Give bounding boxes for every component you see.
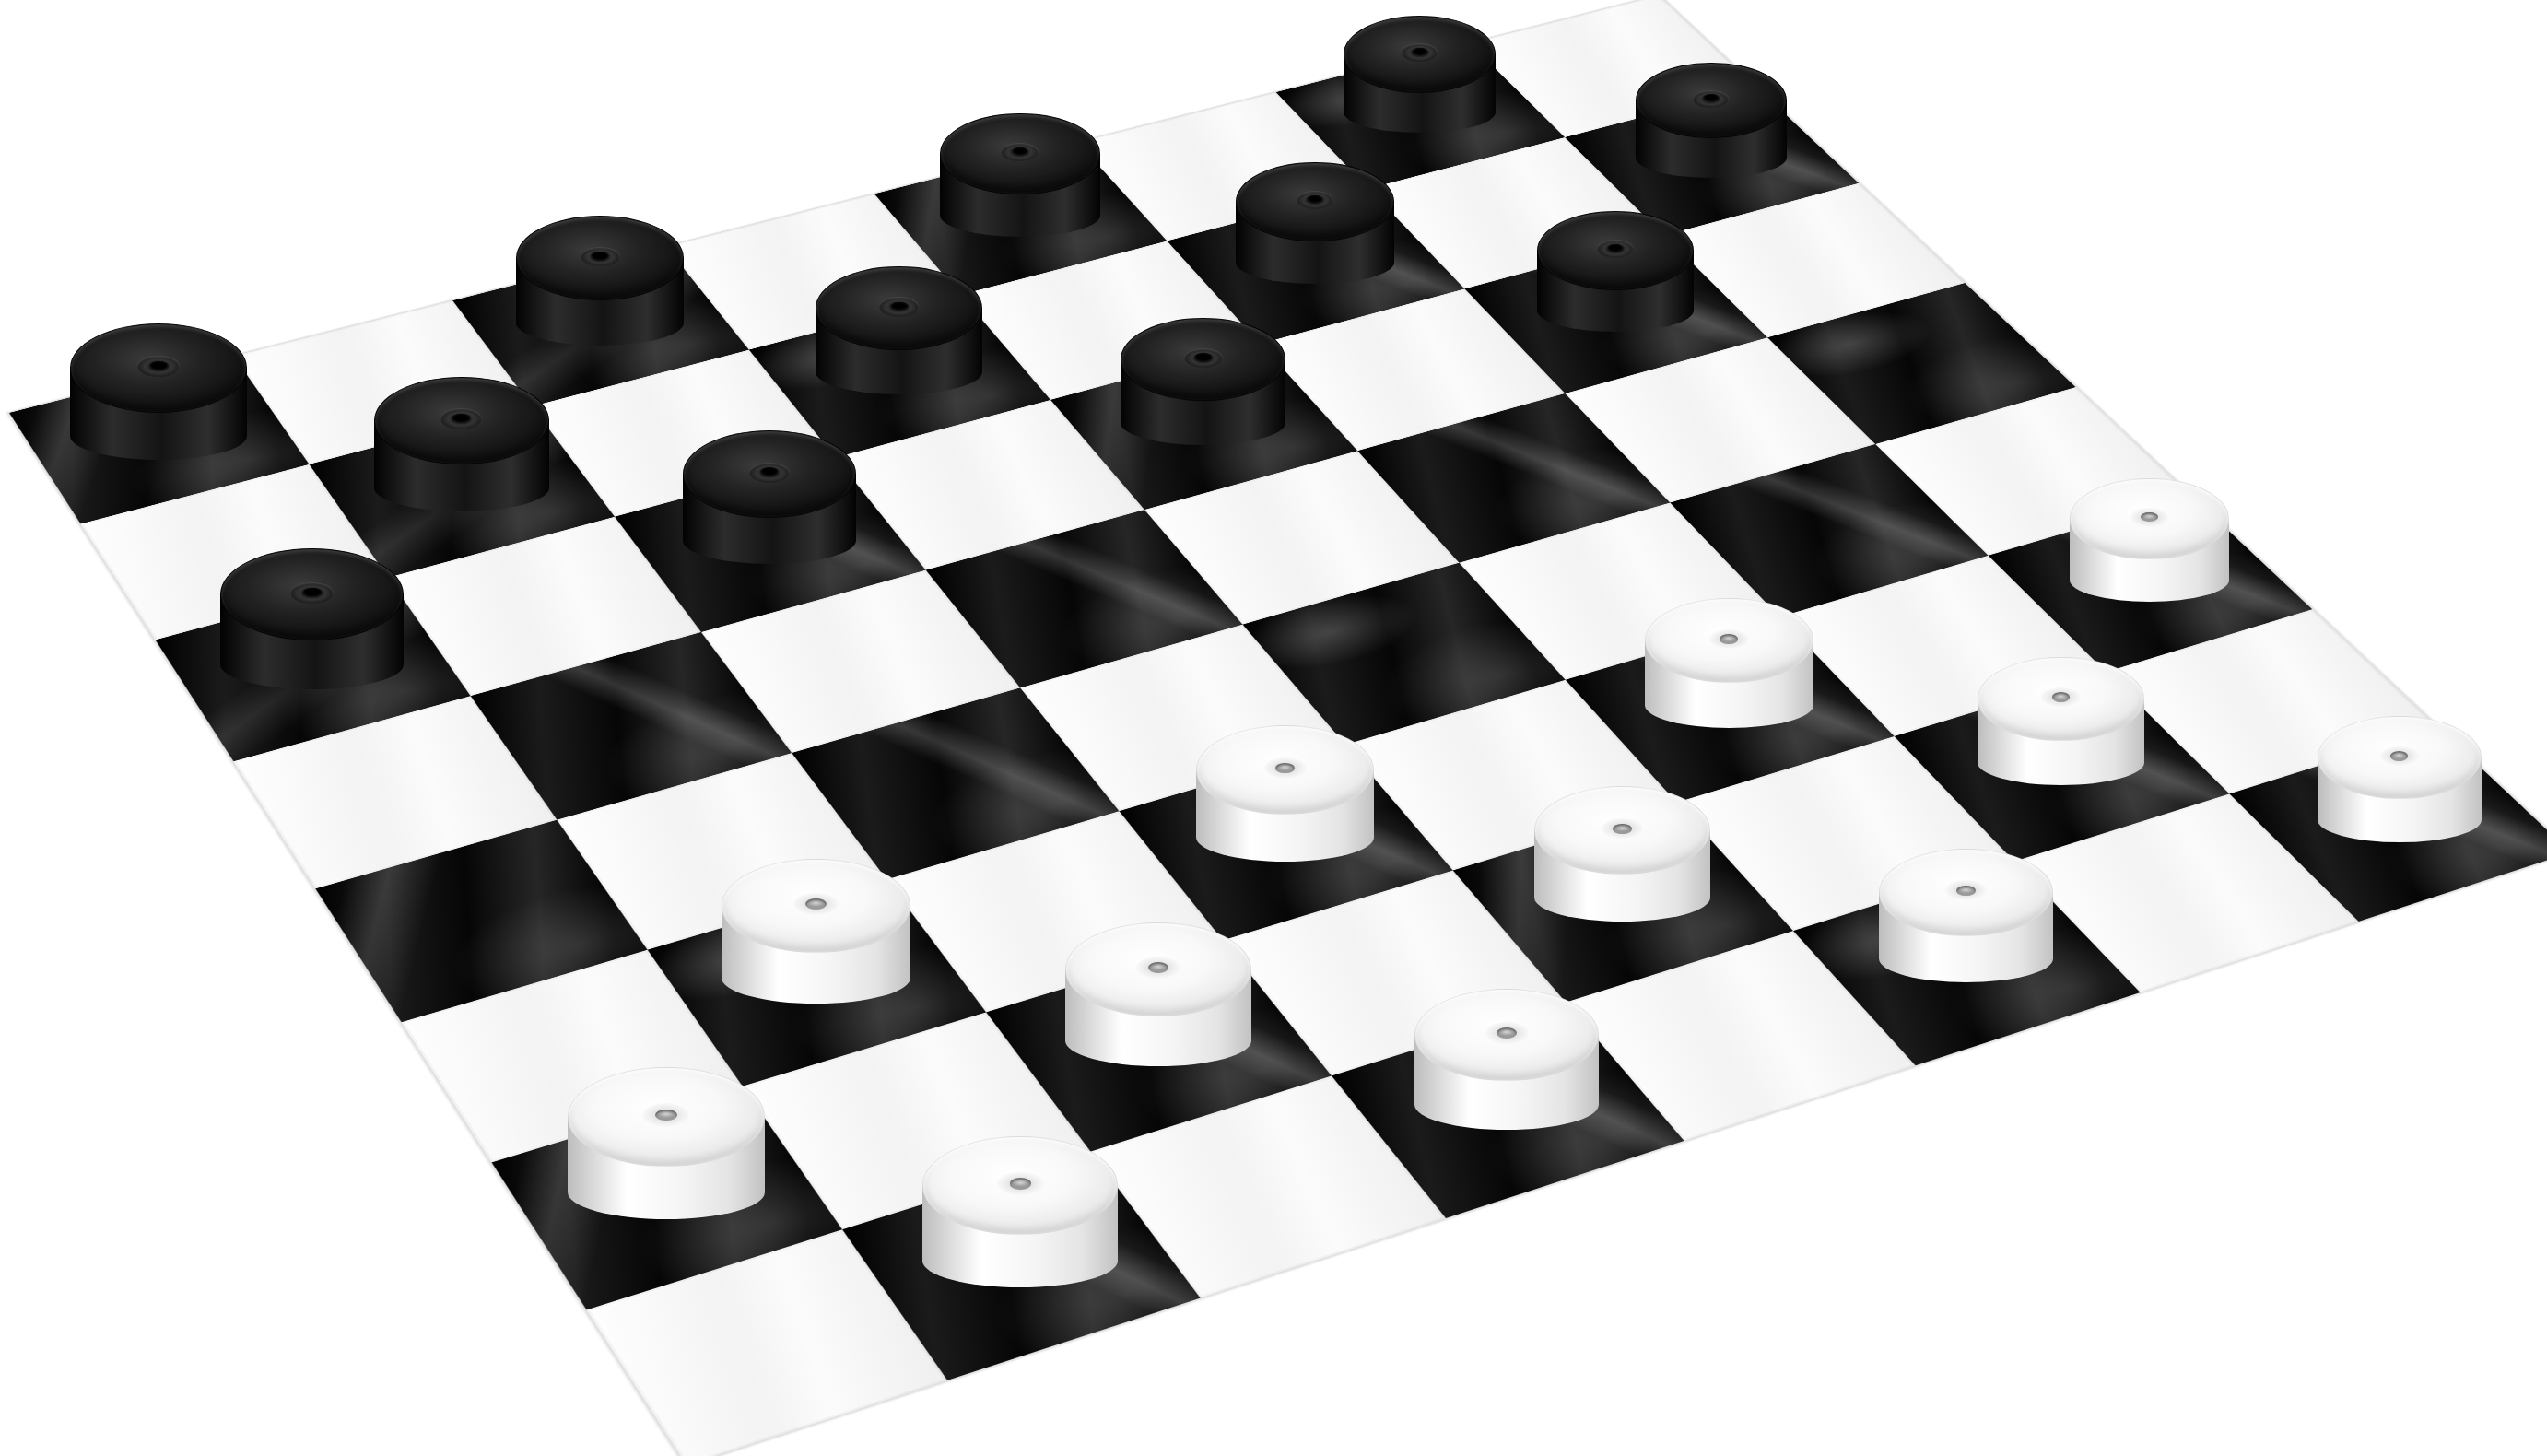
checker-stacking-hole — [1275, 763, 1295, 773]
checker-top-face — [1879, 849, 2053, 936]
black-checker-r1c1[interactable] — [70, 323, 247, 460]
white-checker-r7c5[interactable] — [1534, 786, 1710, 922]
checker-top-face — [922, 1136, 1118, 1235]
checker-top-face — [2070, 478, 2229, 558]
checker-top-face — [1344, 16, 1496, 92]
checker-top-face — [1636, 63, 1787, 139]
checker-top-face — [940, 113, 1099, 194]
checker-stacking-hole — [1497, 1027, 1517, 1039]
checker-top-face — [1645, 598, 1813, 683]
white-checker-r7c1[interactable] — [568, 1067, 765, 1219]
checker-stacking-hole — [452, 414, 471, 424]
checker-stacking-hole — [591, 252, 609, 262]
product-photo-stage — [0, 0, 2547, 1456]
black-checker-r2c6[interactable] — [1236, 162, 1394, 284]
checker-top-face — [70, 323, 247, 413]
white-checker-r8c2[interactable] — [922, 1136, 1118, 1286]
white-checker-r6c2[interactable] — [722, 859, 910, 1004]
black-checker-r3c1[interactable] — [220, 548, 404, 689]
black-checker-r1c7[interactable] — [1344, 16, 1496, 133]
checker-top-face — [2318, 716, 2482, 799]
white-checker-r6c8[interactable] — [2070, 478, 2229, 601]
checker-stacking-hole — [1956, 886, 1976, 896]
white-checker-r8c8[interactable] — [2318, 716, 2482, 842]
checker-stacking-hole — [302, 588, 323, 599]
checker-stacking-hole — [1412, 48, 1428, 57]
checker-top-face — [816, 266, 982, 350]
checker-top-face — [1414, 989, 1599, 1081]
checker-stacking-hole — [890, 302, 909, 312]
checker-stacking-hole — [1148, 962, 1168, 973]
checker-stacking-hole — [805, 898, 826, 910]
checker-top-face — [722, 859, 910, 954]
checker-top-face — [1534, 786, 1710, 875]
checker-top-face — [220, 548, 404, 640]
checker-stacking-hole — [655, 1110, 676, 1121]
checker-top-face — [1537, 211, 1694, 290]
black-checker-r3c5[interactable] — [1121, 318, 1285, 445]
checker-top-face — [1121, 318, 1285, 401]
checker-stacking-hole — [2052, 692, 2071, 702]
white-checker-r7c3[interactable] — [1065, 922, 1251, 1066]
white-checker-r8c4[interactable] — [1414, 989, 1599, 1131]
checker-top-face — [1236, 162, 1394, 242]
checker-stacking-hole — [149, 361, 169, 371]
white-checker-r8c6[interactable] — [1879, 849, 2053, 982]
checker-top-face — [1196, 725, 1374, 815]
checker-stacking-hole — [1613, 824, 1632, 834]
black-checker-r2c4[interactable] — [816, 266, 982, 394]
white-checker-r6c6[interactable] — [1645, 598, 1813, 728]
white-checker-r6c4[interactable] — [1196, 725, 1374, 863]
checker-stacking-hole — [1703, 94, 1720, 103]
checker-top-face — [683, 430, 856, 518]
checker-stacking-hole — [2390, 751, 2408, 761]
black-checker-r3c3[interactable] — [683, 430, 856, 564]
checker-top-face — [1978, 657, 2144, 741]
black-checker-r3c7[interactable] — [1537, 211, 1694, 332]
black-checker-r2c8[interactable] — [1636, 63, 1787, 179]
checker-stacking-hole — [1194, 353, 1212, 363]
checker-top-face — [1065, 922, 1251, 1016]
white-checker-r7c7[interactable] — [1978, 657, 2144, 785]
checker-top-face — [374, 377, 549, 465]
checker-stacking-hole — [1010, 1178, 1031, 1190]
checker-top-face — [568, 1067, 765, 1167]
black-checker-r2c2[interactable] — [374, 377, 549, 511]
black-checker-r1c5[interactable] — [940, 113, 1099, 237]
checker-top-face — [516, 216, 684, 300]
black-checker-r1c3[interactable] — [516, 216, 684, 345]
